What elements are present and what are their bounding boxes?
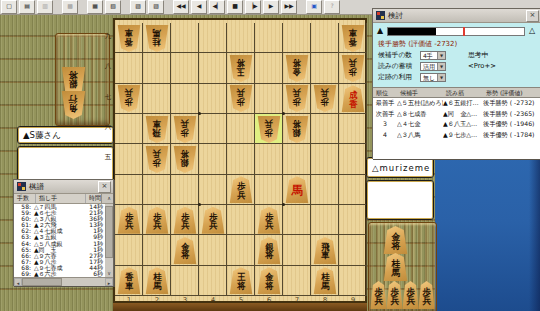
square-9六[interactable] [339, 114, 367, 144]
piece-knight[interactable]: 桂馬 [313, 267, 337, 294]
dropdown-arrow-icon[interactable]: ▼ [437, 63, 445, 70]
dropdown-arrow-icon[interactable]: ▼ [437, 52, 445, 59]
square-5九[interactable] [227, 23, 255, 53]
square-4二[interactable] [199, 235, 227, 265]
square-3五[interactable]: 銀将 [171, 144, 199, 174]
piece-silver[interactable]: 銀将 [285, 116, 309, 143]
rank-label: 六 [104, 112, 112, 142]
square-5八[interactable]: 玉将 [227, 53, 255, 83]
piece-gold[interactable]: 金将 [285, 55, 309, 82]
option-dropdown[interactable]: 4手▼ [420, 51, 446, 60]
square-3九[interactable] [171, 23, 199, 53]
kifu-window-icon [17, 182, 26, 191]
piece-bishop[interactable]: 角行 [61, 91, 86, 119]
square-2八[interactable] [143, 53, 171, 83]
square-7八[interactable]: 金将 [283, 53, 311, 83]
kifu-col-moveno: 手数 [14, 194, 35, 203]
analysis-body: ▲ △ 後手勝勢 (評価値 -2732) 順位 候補手 読み筋 形勢 (評価値)… [373, 23, 540, 157]
kifu-move-list: 58:△７四馬14秒59:▲６七歩21秒60:△３八銀36秒61:▲２六飛13秒… [14, 204, 113, 277]
square-8三[interactable] [311, 205, 339, 235]
candidate-table-header: 順位 候補手 読み筋 形勢 (評価値) [373, 87, 540, 98]
piece-lance[interactable]: 香車 [117, 25, 141, 52]
square-7三[interactable] [283, 205, 311, 235]
analysis-window: 検討 × ▲ △ 後手勝勢 (評価値 -2732) 順位 候補手 読み筋 形勢 … [372, 8, 540, 159]
square-6五[interactable] [255, 144, 283, 174]
square-7二[interactable] [283, 235, 311, 265]
piece-pawn[interactable]: 歩兵 [285, 85, 309, 112]
square-2三[interactable]: 歩兵 [143, 205, 171, 235]
piece-gold[interactable]: 金将 [173, 237, 197, 264]
sente-name-box: ▲S藤さん [17, 126, 114, 144]
kifu-vertical-scrollbar[interactable]: ∨ [105, 204, 113, 277]
dropdown-arrow-icon[interactable]: ▼ [437, 74, 445, 81]
gote-marker: △ [529, 26, 535, 35]
piece-pawn[interactable]: 歩兵 [370, 281, 387, 309]
square-4八[interactable] [199, 53, 227, 83]
nav-back-button[interactable]: ◀▏ [209, 0, 225, 14]
option-label: 定跡の利用 [378, 72, 420, 82]
piece-promoted-bishop[interactable]: 馬 [285, 176, 309, 203]
kifu-window-title: 棋譜 [29, 182, 98, 192]
square-2二[interactable] [143, 235, 171, 265]
square-4一[interactable] [199, 266, 227, 296]
square-1八[interactable] [115, 53, 143, 83]
square-1七[interactable]: 歩兵 [115, 84, 143, 114]
sente-marker: ▲ [377, 26, 383, 35]
square-7一[interactable] [283, 266, 311, 296]
square-7七[interactable]: 歩兵 [283, 84, 311, 114]
piece-pawn[interactable]: 歩兵 [402, 281, 419, 309]
piece-lance[interactable]: 香車 [341, 25, 365, 52]
square-6四[interactable] [255, 175, 283, 205]
kifu-hscroll-thumb[interactable] [22, 278, 62, 286]
piece-pawn[interactable]: 歩兵 [229, 85, 253, 112]
square-1五[interactable] [115, 144, 143, 174]
square-1一[interactable]: 香車 [115, 266, 143, 296]
nav-forward10-button[interactable]: ▶ [263, 0, 279, 14]
piece-pawn[interactable]: 歩兵 [257, 116, 281, 143]
analysis-option-row: 定跡の利用無し▼ [378, 72, 446, 82]
rank-label: 七 [104, 82, 112, 112]
new-file-button[interactable]: ▢ [1, 0, 17, 14]
square-2六[interactable]: 飛車 [143, 114, 171, 144]
piece-pawn[interactable]: 歩兵 [418, 281, 435, 309]
evaluation-bar-row: ▲ △ [373, 26, 540, 37]
option-label: 候補手の数 [378, 50, 420, 60]
gote-name-box: △murizeme [366, 157, 434, 178]
square-7四[interactable]: 馬 [283, 175, 311, 205]
evaluation-bar-marker [463, 27, 465, 36]
piece-king[interactable]: 玉将 [229, 55, 253, 82]
square-2四[interactable] [143, 175, 171, 205]
square-4九[interactable] [199, 23, 227, 53]
square-4七[interactable] [199, 84, 227, 114]
piece-pawn[interactable]: 歩兵 [229, 176, 253, 203]
square-8六[interactable] [311, 114, 339, 144]
square-8七[interactable]: 歩兵 [311, 84, 339, 114]
candidate-rows: 最善手△５五桂(詰めろ)▲６五銀打…後手勝勢 ( -2732)次善手△８七成香▲… [373, 98, 540, 159]
piece-king[interactable]: 王将 [229, 267, 253, 294]
piece-pawn[interactable]: 歩兵 [173, 207, 197, 234]
square-3三[interactable]: 歩兵 [171, 205, 199, 235]
kifu-header-row: 手数 指し手 時間 ∧ [14, 194, 113, 204]
square-6八[interactable] [255, 53, 283, 83]
square-9五[interactable] [339, 144, 367, 174]
square-3二[interactable]: 金将 [171, 235, 199, 265]
square-6三[interactable]: 歩兵 [255, 205, 283, 235]
piece-pawn[interactable]: 歩兵 [313, 85, 337, 112]
option-dropdown[interactable]: 活用▼ [420, 62, 446, 71]
komadai-sente: 銀将角行 [55, 33, 110, 126]
square-9七[interactable]: 成香 [339, 84, 367, 114]
square-9三[interactable] [339, 205, 367, 235]
square-5五[interactable] [227, 144, 255, 174]
square-5六[interactable] [227, 114, 255, 144]
analysis-window-title: 検討 [388, 11, 526, 21]
square-2七[interactable] [143, 84, 171, 114]
kifu-copy-button[interactable]: ▨ [130, 0, 146, 14]
square-5四[interactable]: 歩兵 [227, 175, 255, 205]
square-1二[interactable] [115, 235, 143, 265]
square-8八[interactable] [311, 53, 339, 83]
rank-label: 九 [104, 21, 112, 51]
piece-knight[interactable]: 桂馬 [145, 267, 169, 294]
square-1三[interactable]: 歩兵 [115, 205, 143, 235]
rank-label: 五 [104, 142, 112, 172]
save-file-button[interactable]: ▥ [37, 0, 53, 14]
piece-gold[interactable]: 金将 [383, 226, 408, 254]
square-5一[interactable]: 王将 [227, 266, 255, 296]
square-9四[interactable] [339, 175, 367, 205]
square-4四[interactable] [199, 175, 227, 205]
help-button[interactable]: ? [324, 0, 340, 14]
square-3一[interactable] [171, 266, 199, 296]
square-6一[interactable]: 金将 [255, 266, 283, 296]
kifu-col-move: 指し手 [35, 194, 85, 203]
kifu-row[interactable]: 69:▲６六歩6秒 [14, 271, 113, 277]
col-eval: 形勢 (評価値) [486, 88, 540, 97]
piece-silver[interactable]: 銀将 [257, 237, 281, 264]
kifu-paste-button[interactable]: ▨ [148, 0, 164, 14]
square-8二[interactable]: 飛車 [311, 235, 339, 265]
piece-pawn[interactable]: 歩兵 [145, 146, 169, 173]
board-edit-button[interactable]: ▦ [87, 0, 103, 14]
piece-knight[interactable]: 桂馬 [383, 253, 408, 281]
kifu-titlebar[interactable]: 棋譜 × [14, 180, 113, 194]
col-rank: 順位 [373, 88, 400, 97]
square-1九[interactable]: 香車 [115, 23, 143, 53]
analysis-window-icon [376, 11, 385, 20]
square-8一[interactable]: 桂馬 [311, 266, 339, 296]
piece-pawn[interactable]: 歩兵 [117, 85, 141, 112]
kifu-window: 棋譜 × 手数 指し手 時間 ∧ 58:△７四馬14秒59:▲６七歩21秒60:… [13, 179, 114, 286]
square-8九[interactable] [311, 23, 339, 53]
board-grid: 香車桂馬香車玉将金将歩兵歩兵歩兵歩兵歩兵成香飛車歩兵歩兵銀将歩兵銀将歩兵馬歩兵歩… [115, 23, 367, 296]
option-label: 読みの蓄積 [378, 61, 420, 71]
square-3六[interactable]: 歩兵 [171, 114, 199, 144]
square-1六[interactable] [115, 114, 143, 144]
candidate-table: 順位 候補手 読み筋 形勢 (評価値) 最善手△５五桂(詰めろ)▲６五銀打…後手… [373, 87, 540, 159]
piece-pawn[interactable]: 歩兵 [117, 207, 141, 234]
piece-lance[interactable]: 香車 [117, 267, 141, 294]
square-3七[interactable] [171, 84, 199, 114]
square-9一[interactable] [339, 266, 367, 296]
kifu-scroll-up-button[interactable]: ∧ [101, 194, 113, 203]
square-5三[interactable] [227, 205, 255, 235]
piece-rook[interactable]: 飛車 [145, 116, 169, 143]
square-4五[interactable] [199, 144, 227, 174]
square-5七[interactable]: 歩兵 [227, 84, 255, 114]
square-9二[interactable] [339, 235, 367, 265]
nav-forward-button[interactable]: ▕▶ [245, 0, 261, 14]
square-4六[interactable] [199, 114, 227, 144]
square-9八[interactable]: 歩兵 [339, 53, 367, 83]
candidate-row[interactable]: 次善手△８七成香▲同 金△…後手勝勢 ( -2365) [373, 109, 540, 120]
square-3四[interactable] [171, 175, 199, 205]
kifu-horizontal-scrollbar[interactable]: ◂ ▸ [14, 277, 113, 286]
shogi-board: 香車桂馬香車玉将金将歩兵歩兵歩兵歩兵歩兵成香飛車歩兵歩兵銀将歩兵銀将歩兵馬歩兵歩… [113, 18, 367, 303]
open-file-button[interactable]: ▤ [19, 0, 35, 14]
analysis-option-row: 候補手の数4手▼思考中 [378, 50, 488, 60]
analysis-option-row: 読みの蓄積活用▼<Pro+> [378, 61, 496, 71]
square-4三[interactable]: 歩兵 [199, 205, 227, 235]
piece-silver[interactable]: 銀将 [173, 146, 197, 173]
analysis-window-button[interactable]: ▣ [306, 0, 322, 14]
rank-label: 八 [104, 51, 112, 81]
option-dropdown[interactable]: 無し▼ [420, 73, 446, 82]
kifu-scroll-down-button[interactable]: ∨ [105, 270, 113, 277]
piece-gold[interactable]: 金将 [257, 267, 281, 294]
col-pv: 読み筋 [446, 88, 486, 97]
print-button[interactable]: ▩ [62, 0, 78, 14]
square-6七[interactable] [255, 84, 283, 114]
kifu-scroll-left-button[interactable]: ◂ [14, 278, 22, 286]
col-candidate: 候補手 [400, 88, 446, 97]
candidate-row[interactable]: 4△３八馬▲９七歩△…後手優勢 ( -1784) [373, 130, 540, 141]
kifu-vscroll-thumb[interactable] [105, 206, 113, 258]
kifu-close-button[interactable]: × [98, 181, 111, 193]
piece-pawn[interactable]: 歩兵 [145, 207, 169, 234]
piece-silver[interactable]: 銀将 [61, 67, 86, 95]
piece-pawn[interactable]: 歩兵 [341, 55, 365, 82]
evaluation-bar [387, 27, 525, 36]
option-status-text: <Pro+> [468, 62, 496, 70]
square-7六[interactable]: 銀将 [283, 114, 311, 144]
evaluation-text: 後手勝勢 (評価値 -2732) [378, 39, 457, 49]
board-flip-button[interactable]: ▧ [105, 0, 121, 14]
piece-pawn[interactable]: 歩兵 [173, 116, 197, 143]
square-9九[interactable]: 香車 [339, 23, 367, 53]
piece-promoted-lance[interactable]: 成香 [341, 85, 365, 112]
square-3八[interactable] [171, 53, 199, 83]
kifu-scroll-right-button[interactable]: ▸ [105, 278, 113, 286]
nav-stop-button[interactable]: ■ [227, 0, 243, 14]
komadai-gote: 金将桂馬歩兵歩兵歩兵歩兵 [368, 222, 437, 311]
square-6九[interactable] [255, 23, 283, 53]
kifu-col-time: 時間 [85, 194, 101, 203]
option-status-text: 思考中 [468, 50, 488, 60]
nav-first-button[interactable]: ◀◀ [173, 0, 189, 14]
nav-last-button[interactable]: ▶▶ [281, 0, 297, 14]
square-2五[interactable]: 歩兵 [143, 144, 171, 174]
board-front-edge [113, 303, 367, 311]
piece-pawn[interactable]: 歩兵 [257, 207, 281, 234]
candidate-row[interactable]: 3△４七金▲６八玉△…後手優勢 ( -1946) [373, 119, 540, 130]
square-2一[interactable]: 桂馬 [143, 266, 171, 296]
analysis-close-button[interactable]: × [526, 10, 539, 22]
candidate-row[interactable]: 最善手△５五桂(詰めろ)▲６五銀打…後手勝勢 ( -2732) [373, 98, 540, 109]
square-2九[interactable]: 桂馬 [143, 23, 171, 53]
square-8五[interactable] [311, 144, 339, 174]
square-5二[interactable] [227, 235, 255, 265]
evaluation-bar-fill [388, 28, 436, 35]
square-1四[interactable] [115, 175, 143, 205]
square-7九[interactable] [283, 23, 311, 53]
square-8四[interactable] [311, 175, 339, 205]
piece-pawn[interactable]: 歩兵 [386, 281, 403, 309]
gote-message-box [366, 180, 434, 220]
piece-pawn[interactable]: 歩兵 [201, 207, 225, 234]
square-6六[interactable]: 歩兵 [255, 114, 283, 144]
square-7五[interactable] [283, 144, 311, 174]
nav-back10-button[interactable]: ◀ [191, 0, 207, 14]
square-6二[interactable]: 銀将 [255, 235, 283, 265]
piece-rook[interactable]: 飛車 [313, 237, 337, 264]
analysis-titlebar[interactable]: 検討 × [373, 9, 540, 23]
piece-knight[interactable]: 桂馬 [145, 25, 169, 52]
